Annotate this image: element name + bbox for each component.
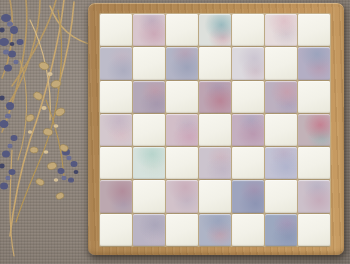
tile-r3c6[interactable] [265,81,297,113]
tile-r6c2[interactable] [133,180,165,212]
tile-board [99,13,331,247]
tile-r2c6[interactable] [265,47,297,79]
tile-r2c1[interactable] [100,47,132,79]
tile-r5c3[interactable] [166,147,198,179]
tile-r5c2[interactable] [133,147,165,179]
tile-r5c7[interactable] [298,147,330,179]
tile-r4c4[interactable] [199,114,231,146]
tile-r5c4[interactable] [199,147,231,179]
tile-r4c7[interactable] [298,114,330,146]
tile-r7c4[interactable] [199,214,231,246]
tile-r1c5[interactable] [232,14,264,46]
tile-r4c6[interactable] [265,114,297,146]
tile-r5c5[interactable] [232,147,264,179]
tile-r6c5[interactable] [232,180,264,212]
tile-r1c1[interactable] [100,14,132,46]
tile-r1c7[interactable] [298,14,330,46]
wooden-tray [88,3,344,255]
tile-r6c3[interactable] [166,180,198,212]
tile-r4c5[interactable] [232,114,264,146]
tile-r4c1[interactable] [100,114,132,146]
tile-r6c1[interactable] [100,180,132,212]
tile-r3c5[interactable] [232,81,264,113]
tile-r2c4[interactable] [199,47,231,79]
tile-r3c1[interactable] [100,81,132,113]
tile-r5c1[interactable] [100,147,132,179]
tile-r6c4[interactable] [199,180,231,212]
tile-r2c5[interactable] [232,47,264,79]
tile-r7c7[interactable] [298,214,330,246]
tile-r4c2[interactable] [133,114,165,146]
tile-r7c6[interactable] [265,214,297,246]
tile-r6c6[interactable] [265,180,297,212]
tile-r6c7[interactable] [298,180,330,212]
tile-r7c2[interactable] [133,214,165,246]
tile-r1c6[interactable] [265,14,297,46]
tile-r3c3[interactable] [166,81,198,113]
tile-r2c2[interactable] [133,47,165,79]
tile-r5c6[interactable] [265,147,297,179]
tile-r4c3[interactable] [166,114,198,146]
tile-r3c2[interactable] [133,81,165,113]
tile-r7c5[interactable] [232,214,264,246]
tile-r7c1[interactable] [100,214,132,246]
tile-r2c7[interactable] [298,47,330,79]
tile-r7c3[interactable] [166,214,198,246]
tile-r1c4[interactable] [199,14,231,46]
tile-r1c3[interactable] [166,14,198,46]
tile-r3c7[interactable] [298,81,330,113]
tile-r3c4[interactable] [199,81,231,113]
tile-r2c3[interactable] [166,47,198,79]
tile-r1c2[interactable] [133,14,165,46]
